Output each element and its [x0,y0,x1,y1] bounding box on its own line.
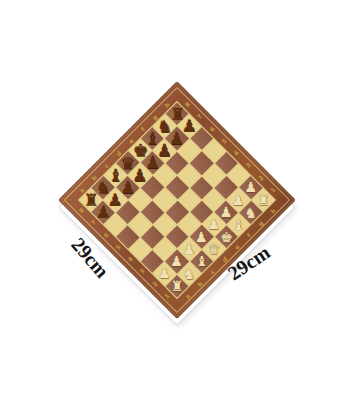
white-king: ♚ [218,229,234,245]
coordinate-label: 4 [232,149,240,157]
chess-board: abcdefgh abcdefgh 87654321 87654321 ♜♞♝♛… [58,81,296,319]
product-photo: abcdefgh abcdefgh 87654321 87654321 ♜♞♝♛… [0,0,350,415]
coordinate-label: e [233,243,241,251]
coordinate-label: 8 [77,206,85,214]
coordinate-label: h [269,206,277,214]
coordinate-label: 1 [163,292,171,300]
coordinate-label: 5 [114,243,122,251]
coordinate-label: 6 [102,231,110,239]
coordinate-label: 6 [208,125,216,133]
coordinate-label: 3 [244,161,252,169]
coordinate-label: a [183,292,191,300]
coordinate-label: 2 [151,280,159,288]
coordinate-label: 1 [269,186,277,194]
coordinate-label: 3 [138,267,146,275]
coordinate-label: f [139,125,146,132]
white-knight: ♞ [181,266,197,282]
coordinate-label: 7 [90,219,98,227]
white-knight: ♞ [242,204,258,220]
coordinate-label: f [245,231,252,238]
coordinate-label: d [220,255,228,263]
coordinate-label: 5 [220,137,228,145]
coordinate-label: b [196,279,204,287]
white-bishop: ♝ [230,216,246,232]
coordinate-label: 4 [126,255,134,263]
white-rook: ♜ [169,278,185,294]
coordinate-label: 7 [196,113,204,121]
coordinate-label: c [208,267,215,274]
white-bishop: ♝ [193,253,209,269]
coordinate-label: 8 [183,100,191,108]
white-queen: ♛ [206,241,222,257]
white-rook: ♜ [255,192,271,208]
coordinate-label: 2 [257,174,265,182]
coordinate-label: g [256,219,264,227]
